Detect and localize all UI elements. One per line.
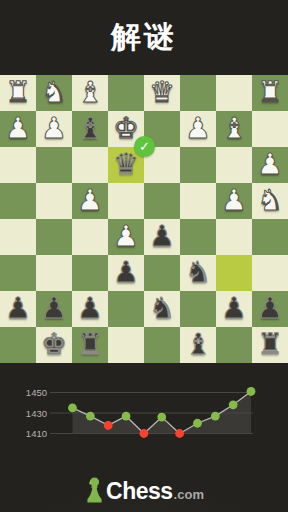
board-square[interactable]: ♟ xyxy=(252,291,288,327)
chesscom-logo[interactable]: Chess .com xyxy=(84,478,204,505)
board-square[interactable] xyxy=(36,219,72,255)
board-square[interactable]: ♟ xyxy=(108,255,144,291)
white-pawn: ♟ xyxy=(36,111,72,147)
rating-point-win xyxy=(122,412,131,421)
black-bishop: ♝ xyxy=(180,327,216,363)
black-pawn: ♟ xyxy=(72,291,108,327)
white-rook: ♜ xyxy=(0,75,36,111)
rating-point-win xyxy=(193,419,202,428)
white-bishop: ♝ xyxy=(216,111,252,147)
rating-chart: 145014301410 xyxy=(0,363,288,463)
rating-point-loss xyxy=(104,421,113,430)
board-square[interactable] xyxy=(216,147,252,183)
board-square[interactable] xyxy=(108,291,144,327)
white-pawn: ♟ xyxy=(72,183,108,219)
board-square[interactable]: ♞ xyxy=(180,255,216,291)
board-square[interactable]: ♟ xyxy=(216,291,252,327)
black-pawn: ♟ xyxy=(144,219,180,255)
white-pawn: ♟ xyxy=(180,111,216,147)
board-square[interactable] xyxy=(72,219,108,255)
white-pawn: ♟ xyxy=(108,219,144,255)
board-square[interactable]: ♟ xyxy=(36,111,72,147)
logo-word: Chess xyxy=(106,478,173,505)
rating-point-win xyxy=(157,413,166,422)
rating-point-loss xyxy=(175,429,184,438)
board-square[interactable]: ♝ xyxy=(72,75,108,111)
board-square[interactable] xyxy=(36,183,72,219)
black-pawn: ♟ xyxy=(0,291,36,327)
board-square[interactable] xyxy=(144,255,180,291)
white-pawn: ♟ xyxy=(0,111,36,147)
board-square[interactable] xyxy=(36,255,72,291)
footer: Chess .com xyxy=(0,470,288,512)
board-square[interactable] xyxy=(0,255,36,291)
board-square[interactable]: ♛ xyxy=(144,75,180,111)
white-queen: ♛ xyxy=(144,75,180,111)
rating-point-loss xyxy=(140,429,149,438)
board-square[interactable] xyxy=(0,147,36,183)
board-square[interactable]: ♞ xyxy=(252,183,288,219)
rating-point-win xyxy=(86,412,95,421)
board-square[interactable]: ♞ xyxy=(36,75,72,111)
header: 解谜 xyxy=(0,0,288,75)
white-bishop: ♝ xyxy=(72,75,108,111)
black-bishop: ♝ xyxy=(72,111,108,147)
white-knight: ♞ xyxy=(36,75,72,111)
board-square[interactable]: ♜ xyxy=(252,327,288,363)
chess-board: ♜♞♝♛♜♟♟♝♚♟♝♛♟♟♟♞♟♟♟♞♟♟♟♞♟♟♚♜♝♜ xyxy=(0,75,288,363)
board-square[interactable] xyxy=(144,183,180,219)
board-square[interactable]: ♟ xyxy=(0,111,36,147)
black-king: ♚ xyxy=(36,327,72,363)
rating-point-win xyxy=(68,403,77,412)
chart-ytick-label: 1410 xyxy=(26,428,47,439)
black-knight: ♞ xyxy=(180,255,216,291)
board-square[interactable] xyxy=(72,147,108,183)
board-square[interactable]: ♟ xyxy=(108,219,144,255)
board-square[interactable]: ♚ xyxy=(36,327,72,363)
pawn-logo-icon xyxy=(84,476,105,505)
board-square[interactable] xyxy=(108,183,144,219)
board-square[interactable] xyxy=(216,255,252,291)
rating-point-win xyxy=(247,387,256,396)
board-square[interactable]: ♞ xyxy=(144,291,180,327)
board-square[interactable] xyxy=(0,219,36,255)
board-square[interactable] xyxy=(144,327,180,363)
black-rook: ♜ xyxy=(72,327,108,363)
white-pawn: ♟ xyxy=(252,147,288,183)
board-square[interactable] xyxy=(252,111,288,147)
board-square[interactable] xyxy=(108,327,144,363)
board-square[interactable] xyxy=(72,255,108,291)
rating-point-win xyxy=(229,400,238,409)
board-square[interactable]: ♟ xyxy=(72,291,108,327)
board-square[interactable]: ♟ xyxy=(0,291,36,327)
board-square[interactable] xyxy=(216,75,252,111)
board-square[interactable] xyxy=(180,147,216,183)
board-square[interactable] xyxy=(180,219,216,255)
logo-suffix: .com xyxy=(174,487,204,502)
board-square[interactable]: ♟ xyxy=(144,219,180,255)
board-square[interactable] xyxy=(180,291,216,327)
board-square[interactable]: ♟ xyxy=(36,291,72,327)
black-pawn: ♟ xyxy=(36,291,72,327)
black-knight: ♞ xyxy=(144,291,180,327)
board-square[interactable] xyxy=(216,219,252,255)
board-square[interactable] xyxy=(0,183,36,219)
board-square[interactable]: ♜ xyxy=(0,75,36,111)
board-square[interactable]: ♝ xyxy=(216,111,252,147)
rating-point-win xyxy=(211,412,220,421)
white-pawn: ♟ xyxy=(216,183,252,219)
board-square[interactable] xyxy=(216,327,252,363)
board-square[interactable]: ♝ xyxy=(72,111,108,147)
page-title: 解谜 xyxy=(111,17,177,58)
board-square[interactable] xyxy=(36,147,72,183)
board-square[interactable] xyxy=(252,255,288,291)
board-square[interactable]: ♜ xyxy=(252,75,288,111)
correct-move-badge: ✓ xyxy=(134,136,155,157)
black-pawn: ♟ xyxy=(252,291,288,327)
black-rook: ♜ xyxy=(252,327,288,363)
board-square[interactable] xyxy=(180,75,216,111)
rating-area xyxy=(73,391,252,433)
board-square[interactable]: ♟ xyxy=(72,183,108,219)
board-square[interactable] xyxy=(108,75,144,111)
check-icon: ✓ xyxy=(139,140,150,153)
black-pawn: ♟ xyxy=(216,291,252,327)
board-square[interactable] xyxy=(180,183,216,219)
board-square[interactable] xyxy=(252,219,288,255)
board-square[interactable]: ♟ xyxy=(180,111,216,147)
chart-ytick-label: 1450 xyxy=(26,387,47,398)
chart-ytick-label: 1430 xyxy=(26,408,47,419)
black-pawn: ♟ xyxy=(108,255,144,291)
white-rook: ♜ xyxy=(252,75,288,111)
white-knight: ♞ xyxy=(252,183,288,219)
board-square[interactable]: ♝ xyxy=(180,327,216,363)
board-square[interactable] xyxy=(0,327,36,363)
board-square[interactable]: ♟ xyxy=(216,183,252,219)
board-square[interactable]: ♜ xyxy=(72,327,108,363)
board-square[interactable]: ♟ xyxy=(252,147,288,183)
